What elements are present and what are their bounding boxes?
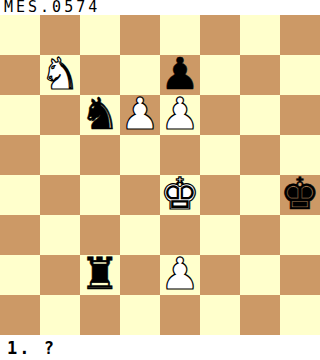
- square-a1[interactable]: [0, 295, 40, 335]
- square-c5[interactable]: [80, 135, 120, 175]
- square-e1[interactable]: [160, 295, 200, 335]
- square-a5[interactable]: [0, 135, 40, 175]
- square-c8[interactable]: [80, 15, 120, 55]
- square-b6[interactable]: [40, 95, 80, 135]
- square-b1[interactable]: [40, 295, 80, 335]
- square-b2[interactable]: [40, 255, 80, 295]
- square-a8[interactable]: [0, 15, 40, 55]
- square-a6[interactable]: [0, 95, 40, 135]
- square-b5[interactable]: [40, 135, 80, 175]
- square-e5[interactable]: [160, 135, 200, 175]
- square-c7[interactable]: [80, 55, 120, 95]
- square-b3[interactable]: [40, 215, 80, 255]
- square-g1[interactable]: [240, 295, 280, 335]
- square-c2[interactable]: ♜: [80, 255, 120, 295]
- piece-white-pawn: ♟: [160, 95, 199, 134]
- square-f4[interactable]: [200, 175, 240, 215]
- square-g6[interactable]: [240, 95, 280, 135]
- square-b7[interactable]: ♞: [40, 55, 80, 95]
- square-g8[interactable]: [240, 15, 280, 55]
- square-e8[interactable]: [160, 15, 200, 55]
- square-a3[interactable]: [0, 215, 40, 255]
- square-h7[interactable]: [280, 55, 320, 95]
- chess-board: ♞♟♞♟♟♚♚♜♟: [0, 15, 320, 335]
- piece-black-rook: ♜: [80, 255, 119, 294]
- square-h8[interactable]: [280, 15, 320, 55]
- square-d2[interactable]: [120, 255, 160, 295]
- square-a4[interactable]: [0, 175, 40, 215]
- piece-white-pawn: ♟: [160, 255, 199, 294]
- piece-white-king: ♚: [160, 175, 199, 214]
- square-e6[interactable]: ♟: [160, 95, 200, 135]
- square-b4[interactable]: [40, 175, 80, 215]
- square-b8[interactable]: [40, 15, 80, 55]
- square-c3[interactable]: [80, 215, 120, 255]
- square-g2[interactable]: [240, 255, 280, 295]
- piece-black-king: ♚: [280, 175, 319, 214]
- square-c4[interactable]: [80, 175, 120, 215]
- square-h6[interactable]: [280, 95, 320, 135]
- square-d3[interactable]: [120, 215, 160, 255]
- square-d6[interactable]: ♟: [120, 95, 160, 135]
- square-d1[interactable]: [120, 295, 160, 335]
- square-f1[interactable]: [200, 295, 240, 335]
- square-f3[interactable]: [200, 215, 240, 255]
- puzzle-id-label: MES.0574: [0, 0, 320, 15]
- square-h1[interactable]: [280, 295, 320, 335]
- square-e3[interactable]: [160, 215, 200, 255]
- square-f8[interactable]: [200, 15, 240, 55]
- square-e4[interactable]: ♚: [160, 175, 200, 215]
- square-d7[interactable]: [120, 55, 160, 95]
- piece-white-pawn: ♟: [120, 95, 159, 134]
- square-h5[interactable]: [280, 135, 320, 175]
- square-g3[interactable]: [240, 215, 280, 255]
- chess-puzzle-page: MES.0574 ♞♟♞♟♟♚♚♜♟ 1. ?: [0, 0, 320, 360]
- piece-white-knight: ♞: [40, 55, 79, 94]
- square-f7[interactable]: [200, 55, 240, 95]
- square-h2[interactable]: [280, 255, 320, 295]
- square-d4[interactable]: [120, 175, 160, 215]
- square-d5[interactable]: [120, 135, 160, 175]
- square-a2[interactable]: [0, 255, 40, 295]
- square-g5[interactable]: [240, 135, 280, 175]
- square-c6[interactable]: ♞: [80, 95, 120, 135]
- square-f6[interactable]: [200, 95, 240, 135]
- square-a7[interactable]: [0, 55, 40, 95]
- square-g4[interactable]: [240, 175, 280, 215]
- piece-black-pawn: ♟: [160, 55, 199, 94]
- square-c1[interactable]: [80, 295, 120, 335]
- square-g7[interactable]: [240, 55, 280, 95]
- square-e7[interactable]: ♟: [160, 55, 200, 95]
- square-d8[interactable]: [120, 15, 160, 55]
- piece-black-knight: ♞: [80, 95, 119, 134]
- square-h3[interactable]: [280, 215, 320, 255]
- square-f2[interactable]: [200, 255, 240, 295]
- square-f5[interactable]: [200, 135, 240, 175]
- move-prompt: 1. ?: [0, 335, 320, 360]
- square-e2[interactable]: ♟: [160, 255, 200, 295]
- square-h4[interactable]: ♚: [280, 175, 320, 215]
